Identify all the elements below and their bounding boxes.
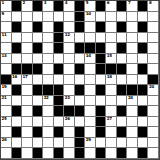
white-cell-r11c3[interactable] [33,117,44,128]
white-cell-r14c2[interactable] [22,148,33,159]
black-cell-r8c4 [43,85,54,96]
white-cell-r12c10[interactable] [106,127,117,138]
white-cell-r9c3[interactable] [33,96,44,107]
clue-number: 18 [107,75,112,80]
black-cell-r6c1 [12,64,23,75]
white-cell-r11c12[interactable] [127,117,138,128]
white-cell-r5c12[interactable] [127,54,138,65]
white-cell-r5c14[interactable] [148,54,159,65]
black-cell-r6c3 [33,64,44,75]
white-cell-r5c4[interactable] [43,54,54,65]
white-cell-r3c6[interactable]: 12 [64,33,75,44]
clue-number: 1 [2,1,4,6]
black-cell-r0c13 [138,1,149,12]
black-cell-r2c11 [117,22,128,33]
black-cell-r6c13 [138,64,149,75]
white-cell-r13c4[interactable] [43,138,54,149]
white-cell-r13c6[interactable] [64,138,75,149]
white-cell-r13c9[interactable] [96,138,107,149]
black-cell-r4c7 [75,43,86,54]
white-cell-r2c14[interactable] [148,22,159,33]
black-cell-r2c7 [75,22,86,33]
white-cell-r13c0[interactable]: 28 [1,138,12,149]
white-cell-r11c11[interactable] [117,117,128,128]
black-cell-r12c1 [12,127,23,138]
white-cell-r1c1[interactable] [12,12,23,23]
black-cell-r10c6 [64,106,75,117]
black-cell-r4c11 [117,43,128,54]
white-cell-r7c10[interactable]: 18 [106,75,117,86]
white-cell-r9c4[interactable]: 22 [43,96,54,107]
white-cell-r2c4[interactable] [43,22,54,33]
white-cell-r0c4[interactable]: 3 [43,1,54,12]
white-cell-r0c6[interactable]: 4 [64,1,75,12]
white-cell-r3c4[interactable] [43,33,54,44]
white-cell-r5c1[interactable] [12,54,23,65]
clue-number: 3 [44,1,46,6]
white-cell-r9c10[interactable] [106,96,117,107]
clue-number: 10 [86,12,91,17]
white-cell-r11c0[interactable]: 25 [1,117,12,128]
white-cell-r9c11[interactable] [117,96,128,107]
black-cell-r2c13 [138,22,149,33]
white-cell-r8c10[interactable] [106,85,117,96]
white-cell-r10c0[interactable] [1,106,12,117]
white-cell-r9c13[interactable] [138,96,149,107]
black-cell-r12c13 [138,127,149,138]
white-cell-r14c12[interactable] [127,148,138,159]
white-cell-r10c8[interactable] [85,106,96,117]
white-cell-r13c13[interactable] [138,138,149,149]
clue-number: 13 [2,54,7,59]
black-cell-r10c9 [96,106,107,117]
white-cell-r9c6[interactable]: 23 [64,96,75,107]
white-cell-r8c2[interactable] [22,85,33,96]
white-cell-r10c2[interactable] [22,106,33,117]
clue-number: 6 [107,1,109,6]
white-cell-r9c1[interactable] [12,96,23,107]
white-cell-r1c11[interactable] [117,12,128,23]
black-cell-r0c11 [117,1,128,12]
white-cell-r13c3[interactable] [33,138,44,149]
white-cell-r6c14[interactable] [148,64,159,75]
white-cell-r7c11[interactable] [117,75,128,86]
black-cell-r4c1 [12,43,23,54]
white-cell-r3c0[interactable]: 11 [1,33,12,44]
clue-number: 15 [107,54,112,59]
white-cell-r11c10[interactable]: 27 [106,117,117,128]
black-cell-r6c10 [106,64,117,75]
black-cell-r5c9 [96,54,107,65]
white-cell-r0c14[interactable]: 8 [148,1,159,12]
black-cell-r10c1 [12,106,23,117]
white-cell-r10c10[interactable] [106,106,117,117]
white-cell-r10c14[interactable] [148,106,159,117]
white-cell-r4c14[interactable] [148,43,159,54]
white-cell-r6c12[interactable] [127,64,138,75]
white-cell-r5c5[interactable] [54,54,65,65]
white-cell-r11c6[interactable]: 26 [64,117,75,128]
white-cell-r0c0[interactable]: 1 [1,1,12,12]
white-cell-r1c10[interactable] [106,12,117,23]
clue-number: 27 [107,117,112,122]
white-cell-r3c1[interactable] [12,33,23,44]
black-cell-r2c9 [96,22,107,33]
black-cell-r4c3 [33,43,44,54]
white-cell-r5c6[interactable] [64,54,75,65]
white-cell-r7c8[interactable] [85,75,96,86]
white-cell-r9c9[interactable] [96,96,107,107]
black-cell-r14c9 [96,148,107,159]
white-cell-r1c14[interactable] [148,12,159,23]
white-cell-r5c2[interactable] [22,54,33,65]
white-cell-r11c2[interactable] [22,117,33,128]
black-cell-r10c7 [75,106,86,117]
clue-number: 14 [86,54,91,59]
white-cell-r1c9[interactable] [96,12,107,23]
black-cell-r4c5 [54,43,65,54]
white-cell-r13c1[interactable] [12,138,23,149]
white-cell-r1c2[interactable] [22,12,33,23]
white-cell-r1c8[interactable]: 10 [85,12,96,23]
white-cell-r3c13[interactable] [138,33,149,44]
black-cell-r12c9 [96,127,107,138]
white-cell-r0c8[interactable]: 5 [85,1,96,12]
white-cell-r8c8[interactable] [85,85,96,96]
white-cell-r10c12[interactable] [127,106,138,117]
black-cell-r10c13 [138,106,149,117]
black-cell-r8c7 [75,85,86,96]
white-cell-r13c10[interactable] [106,138,117,149]
white-cell-r1c5[interactable] [54,12,65,23]
clue-number: 22 [44,96,49,101]
white-cell-r8c6[interactable] [64,85,75,96]
white-cell-r7c13[interactable] [138,75,149,86]
black-cell-r10c3 [33,106,44,117]
white-cell-r11c1[interactable] [12,117,23,128]
black-cell-r7c0 [1,75,12,86]
white-cell-r14c10[interactable] [106,148,117,159]
white-cell-r4c12[interactable] [127,43,138,54]
black-cell-r6c9 [96,64,107,75]
white-cell-r0c12[interactable]: 7 [127,1,138,12]
white-cell-r7c4[interactable] [43,75,54,86]
white-cell-r14c8[interactable] [85,148,96,159]
white-cell-r0c2[interactable]: 2 [22,1,33,12]
white-cell-r11c8[interactable] [85,117,96,128]
white-cell-r2c2[interactable] [22,22,33,33]
black-cell-r0c3 [33,1,44,12]
white-cell-r3c8[interactable] [85,33,96,44]
white-cell-r9c14[interactable] [148,96,159,107]
black-cell-r12c3 [33,127,44,138]
white-cell-r4c0[interactable] [1,43,12,54]
clue-number: 28 [2,138,7,143]
white-cell-r7c12[interactable] [127,75,138,86]
crossword-grid: 1234567891011121314151617181920212223242… [0,0,160,160]
white-cell-r5c13[interactable] [138,54,149,65]
clue-number: 17 [23,75,28,80]
black-cell-r6c5 [54,64,65,75]
black-cell-r8c5 [54,85,65,96]
clue-number: 21 [2,96,7,101]
black-cell-r8c3 [33,85,44,96]
white-cell-r13c2[interactable] [22,138,33,149]
white-cell-r0c10[interactable]: 6 [106,1,117,12]
clue-number: 11 [2,33,7,38]
black-cell-r9c5 [54,96,65,107]
white-cell-r8c14[interactable]: 20 [148,85,159,96]
white-cell-r3c11[interactable] [117,33,128,44]
black-cell-r8c13 [138,85,149,96]
clue-number: 2 [23,1,25,6]
black-cell-r12c5 [54,127,65,138]
white-cell-r9c12[interactable]: 24 [127,96,138,107]
white-cell-r3c2[interactable] [22,33,33,44]
black-cell-r8c11 [117,85,128,96]
white-cell-r1c0[interactable]: 9 [1,12,12,23]
black-cell-r14c7 [75,148,86,159]
white-cell-r1c6[interactable] [64,12,75,23]
black-cell-r0c5 [54,1,65,12]
clue-number: 24 [128,96,133,101]
white-cell-r5c3[interactable] [33,54,44,65]
white-cell-r5c0[interactable]: 13 [1,54,12,65]
black-cell-r14c5 [54,148,65,159]
black-cell-r10c11 [117,106,128,117]
white-cell-r2c10[interactable] [106,22,117,33]
white-cell-r13c8[interactable]: 29 [85,138,96,149]
white-cell-r12c4[interactable] [43,127,54,138]
white-cell-r6c6[interactable] [64,64,75,75]
white-cell-r11c13[interactable] [138,117,149,128]
white-cell-r13c5[interactable] [54,138,65,149]
white-cell-r7c7[interactable] [75,75,86,86]
black-cell-r8c1 [12,85,23,96]
black-cell-r2c1 [12,22,23,33]
white-cell-r11c7[interactable] [75,117,86,128]
white-cell-r14c6[interactable] [64,148,75,159]
white-cell-r7c6[interactable] [64,75,75,86]
white-cell-r4c2[interactable] [22,43,33,54]
clue-number: 26 [65,117,70,122]
black-cell-r8c12 [127,85,138,96]
white-cell-r5c10[interactable]: 15 [106,54,117,65]
black-cell-r14c13 [138,148,149,159]
white-cell-r12c2[interactable] [22,127,33,138]
white-cell-r14c14[interactable] [148,148,159,159]
white-cell-r9c8[interactable] [85,96,96,107]
black-cell-r14c11 [117,148,128,159]
white-cell-r5c11[interactable] [117,54,128,65]
black-cell-r2c3 [33,22,44,33]
white-cell-r7c2[interactable]: 17 [22,75,33,86]
white-cell-r7c5[interactable] [54,75,65,86]
white-cell-r6c4[interactable] [43,64,54,75]
white-cell-r4c6[interactable] [64,43,75,54]
black-cell-r14c3 [33,148,44,159]
white-cell-r12c0[interactable] [1,127,12,138]
white-cell-r13c11[interactable] [117,138,128,149]
white-cell-r1c13[interactable] [138,12,149,23]
white-cell-r1c12[interactable] [127,12,138,23]
black-cell-r4c13 [138,43,149,54]
white-cell-r13c12[interactable] [127,138,138,149]
black-cell-r8c9 [96,85,107,96]
white-cell-r14c4[interactable] [43,148,54,159]
black-cell-r4c8 [85,43,96,54]
clue-number: 25 [2,117,7,122]
white-cell-r1c3[interactable] [33,12,44,23]
white-cell-r7c9[interactable] [96,75,107,86]
black-cell-r12c7 [75,127,86,138]
white-cell-r5c8[interactable]: 14 [85,54,96,65]
white-cell-r6c8[interactable] [85,64,96,75]
white-cell-r1c4[interactable] [43,12,54,23]
black-cell-r1c7 [75,12,86,23]
clue-number: 8 [149,1,151,6]
white-cell-r12c14[interactable] [148,127,159,138]
clue-number: 7 [128,1,130,6]
black-cell-r10c5 [54,106,65,117]
black-cell-r3c5 [54,33,65,44]
white-cell-r9c2[interactable] [22,96,33,107]
clue-number: 23 [65,96,70,101]
white-cell-r3c14[interactable] [148,33,159,44]
white-cell-r4c4[interactable] [43,43,54,54]
white-cell-r12c8[interactable] [85,127,96,138]
white-cell-r2c0[interactable] [1,22,12,33]
black-cell-r0c1 [12,1,23,12]
white-cell-r3c10[interactable] [106,33,117,44]
white-cell-r7c3[interactable] [33,75,44,86]
white-cell-r3c3[interactable] [33,33,44,44]
white-cell-r7c1[interactable]: 16 [12,75,23,86]
black-cell-r6c7 [75,64,86,75]
black-cell-r14c1 [12,148,23,159]
clue-number: 12 [65,33,70,38]
white-cell-r14c0[interactable] [1,148,12,159]
white-cell-r6c0[interactable] [1,64,12,75]
black-cell-r7c14 [148,75,159,86]
black-cell-r2c5 [54,22,65,33]
black-cell-r12c11 [117,127,128,138]
white-cell-r3c9[interactable] [96,33,107,44]
white-cell-r13c14[interactable] [148,138,159,149]
clue-number: 4 [65,1,67,6]
black-cell-r6c11 [117,64,128,75]
black-cell-r0c7 [75,1,86,12]
white-cell-r12c12[interactable] [127,127,138,138]
white-cell-r11c4[interactable] [43,117,54,128]
white-cell-r3c12[interactable] [127,33,138,44]
white-cell-r11c5[interactable] [54,117,65,128]
white-cell-r2c6[interactable] [64,22,75,33]
white-cell-r8c0[interactable]: 19 [1,85,12,96]
black-cell-r13c7 [75,138,86,149]
black-cell-r6c2 [22,64,33,75]
white-cell-r2c8[interactable] [85,22,96,33]
clue-number: 16 [12,75,17,80]
clue-number: 9 [2,12,4,17]
white-cell-r11c14[interactable] [148,117,159,128]
white-cell-r2c12[interactable] [127,22,138,33]
black-cell-r4c9 [96,43,107,54]
white-cell-r5c7[interactable] [75,54,86,65]
white-cell-r10c4[interactable] [43,106,54,117]
clue-number: 19 [2,85,7,90]
white-cell-r9c0[interactable]: 21 [1,96,12,107]
white-cell-r12c6[interactable] [64,127,75,138]
clue-number: 20 [149,85,154,90]
white-cell-r3c7[interactable] [75,33,86,44]
white-cell-r4c10[interactable] [106,43,117,54]
black-cell-r0c9 [96,1,107,12]
clue-number: 5 [86,1,88,6]
clue-number: 29 [86,138,91,143]
black-cell-r11c9 [96,117,107,128]
white-cell-r9c7[interactable] [75,96,86,107]
